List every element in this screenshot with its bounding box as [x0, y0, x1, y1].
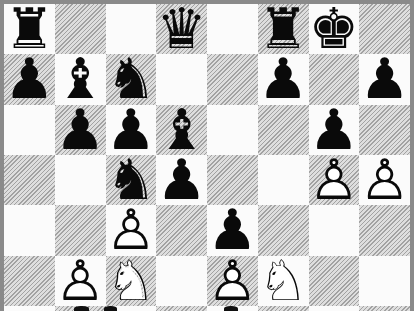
square-h2-cropped — [359, 306, 410, 311]
cropped-piece-top-e2 — [224, 306, 238, 311]
square-b3: ♟♙ — [55, 256, 106, 306]
square-g3 — [309, 256, 360, 306]
white-pawn-icon: ♟♙ — [55, 256, 105, 306]
square-f2-cropped — [258, 306, 309, 311]
square-h4 — [359, 205, 410, 255]
black-king-icon: ♚ — [309, 4, 359, 54]
square-c3: ♞♘ — [106, 256, 157, 306]
black-pawn-icon: ♟ — [55, 105, 105, 155]
square-d3 — [156, 256, 207, 306]
white-pawn-icon: ♟♙ — [360, 155, 410, 205]
square-e8 — [207, 4, 258, 54]
square-f3: ♞♘ — [258, 256, 309, 306]
cropped-piece-top-b2 — [74, 306, 89, 311]
square-b5 — [55, 155, 106, 205]
square-a5 — [4, 155, 55, 205]
square-e6 — [207, 105, 258, 155]
chess-board: ♜♛♜♚♟♝♞♟♟♟♟♝♟♞♟♟♙♟♙♟♙♟♟♙♞♘♟♙♞♘ — [4, 4, 410, 311]
square-d4 — [156, 205, 207, 255]
square-d8: ♛ — [156, 4, 207, 54]
square-f6 — [258, 105, 309, 155]
square-d2-cropped — [156, 306, 207, 311]
square-g2-cropped — [309, 306, 360, 311]
square-g4 — [309, 205, 360, 255]
square-a4 — [4, 205, 55, 255]
black-queen-icon: ♛ — [157, 4, 207, 54]
black-pawn-icon: ♟ — [258, 54, 308, 104]
square-f5 — [258, 155, 309, 205]
chess-board-frame: ♜♛♜♚♟♝♞♟♟♟♟♝♟♞♟♟♙♟♙♟♙♟♟♙♞♘♟♙♞♘ — [0, 0, 414, 311]
white-pawn-icon: ♟♙ — [309, 155, 359, 205]
square-f7: ♟ — [258, 54, 309, 104]
square-h7: ♟ — [359, 54, 410, 104]
square-h5: ♟♙ — [359, 155, 410, 205]
black-pawn-icon: ♟ — [4, 54, 54, 104]
black-pawn-icon: ♟ — [157, 155, 207, 205]
square-h3 — [359, 256, 410, 306]
square-d5: ♟ — [156, 155, 207, 205]
black-pawn-icon: ♟ — [360, 54, 410, 104]
square-e3: ♟♙ — [207, 256, 258, 306]
square-e7 — [207, 54, 258, 104]
cropped-piece-top-c2 — [104, 306, 117, 311]
square-g8: ♚ — [309, 4, 360, 54]
square-a6 — [4, 105, 55, 155]
square-a2-cropped — [4, 306, 55, 311]
white-pawn-icon: ♟♙ — [207, 256, 257, 306]
white-knight-icon: ♞♘ — [258, 256, 308, 306]
white-knight-icon: ♞♘ — [106, 256, 156, 306]
square-g5: ♟♙ — [309, 155, 360, 205]
square-a3 — [4, 256, 55, 306]
square-b6: ♟ — [55, 105, 106, 155]
square-a7: ♟ — [4, 54, 55, 104]
